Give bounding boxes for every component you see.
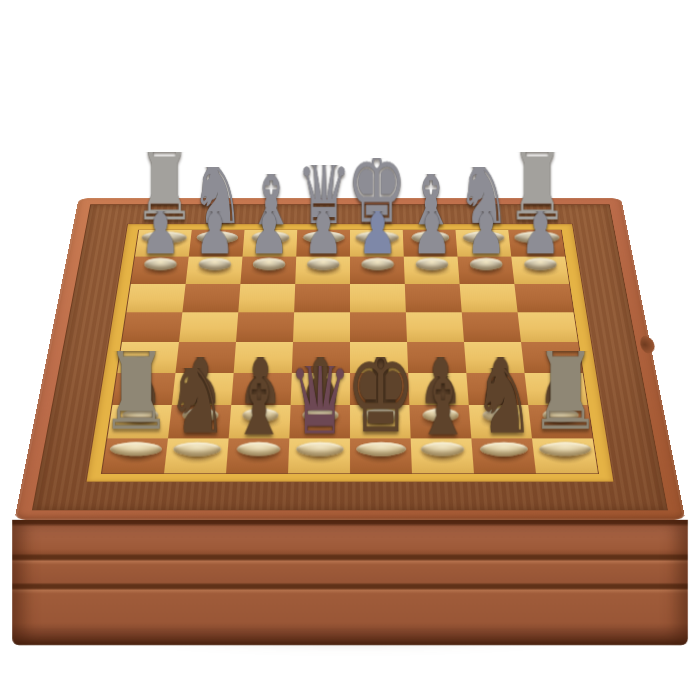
pawn-glyph: ♟ bbox=[249, 195, 289, 264]
box-front-side bbox=[12, 520, 688, 645]
board-top: ♜♞♝♛♚♝♞♜♟♟♟♟♟♟♟♟♟♟♟♟♟♟♟♟♜♞♝♛♚♝♞♜ bbox=[14, 198, 685, 520]
pawn-glyph: ♟ bbox=[466, 195, 506, 264]
pawn-glyph: ♟ bbox=[411, 195, 451, 264]
thumb-notch bbox=[639, 336, 657, 354]
playing-area: ♜♞♝♛♚♝♞♜♟♟♟♟♟♟♟♟♟♟♟♟♟♟♟♟♜♞♝♛♚♝♞♜ bbox=[102, 230, 598, 473]
pawn-glyph: ♟ bbox=[357, 195, 397, 264]
product-photo-scene: ♜♞♝♛♚♝♞♜♟♟♟♟♟♟♟♟♟♟♟♟♟♟♟♟♜♞♝♛♚♝♞♜ bbox=[0, 0, 700, 700]
chess-box: ♜♞♝♛♚♝♞♜♟♟♟♟♟♟♟♟♟♟♟♟♟♟♟♟♜♞♝♛♚♝♞♜ bbox=[14, 198, 685, 520]
rook-glyph: ♜ bbox=[527, 321, 602, 450]
pawn-glyph: ♟ bbox=[140, 195, 180, 264]
pawn-glyph: ♟ bbox=[303, 195, 343, 264]
pawn-glyph: ♟ bbox=[194, 195, 234, 264]
pawn-glyph: ♟ bbox=[520, 195, 560, 264]
pieces-layer: ♜♞♝♛♚♝♞♜♟♟♟♟♟♟♟♟♟♟♟♟♟♟♟♟♜♞♝♛♚♝♞♜ bbox=[102, 230, 598, 473]
